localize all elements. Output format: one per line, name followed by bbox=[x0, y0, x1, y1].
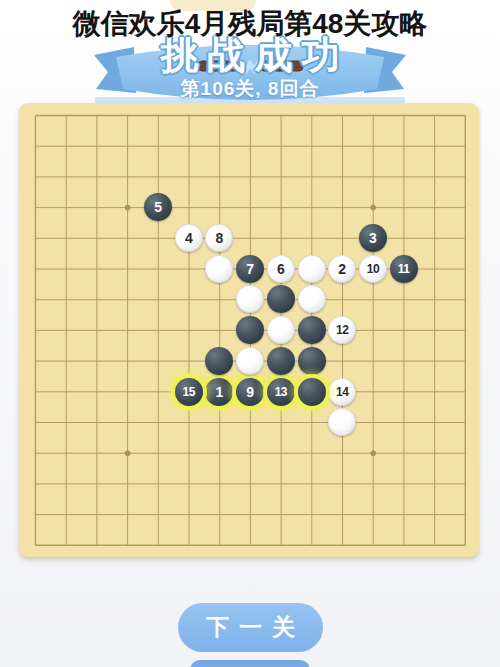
page: 挑战成功 第106关, 8回合 微信欢乐4月残局第48关攻略 123456789… bbox=[0, 0, 500, 667]
stone-white-plain bbox=[236, 347, 264, 375]
stone-black-15: 15 bbox=[175, 378, 203, 406]
stone-black-11: 11 bbox=[390, 255, 418, 283]
stone-white-14: 14 bbox=[328, 378, 356, 406]
stone-white-plain bbox=[205, 255, 233, 283]
stone-white-12: 12 bbox=[328, 316, 356, 344]
stone-black-plain bbox=[298, 347, 326, 375]
stone-white-plain bbox=[267, 316, 295, 344]
stone-white-4: 4 bbox=[175, 224, 203, 252]
stone-white-plain bbox=[328, 408, 356, 436]
stone-white-2: 2 bbox=[328, 255, 356, 283]
stone-black-13: 13 bbox=[267, 378, 295, 406]
stone-white-plain bbox=[236, 285, 264, 313]
stone-white-6: 6 bbox=[267, 255, 295, 283]
stone-white-plain bbox=[298, 255, 326, 283]
bottom-partial-button[interactable] bbox=[190, 660, 310, 667]
stone-black-7: 7 bbox=[236, 255, 264, 283]
stone-black-plain bbox=[267, 347, 295, 375]
stone-black-1: 1 bbox=[205, 378, 233, 406]
stone-black-plain bbox=[298, 378, 326, 406]
stone-black-plain bbox=[298, 316, 326, 344]
stone-black-5: 5 bbox=[144, 193, 172, 221]
gomoku-board: 123456789101112131415 bbox=[19, 103, 479, 557]
stone-black-plain bbox=[267, 285, 295, 313]
stone-layer: 123456789101112131415 bbox=[20, 100, 480, 560]
stone-black-9: 9 bbox=[236, 378, 264, 406]
stone-white-10: 10 bbox=[359, 255, 387, 283]
stone-black-plain bbox=[236, 316, 264, 344]
page-title: 微信欢乐4月残局第48关攻略 bbox=[0, 5, 500, 43]
stone-white-plain bbox=[298, 285, 326, 313]
stone-black-3: 3 bbox=[359, 224, 387, 252]
next-level-button[interactable]: 下一关 bbox=[178, 603, 323, 652]
banner-subline: 第106关, 8回合 bbox=[90, 76, 410, 102]
stone-black-plain bbox=[205, 347, 233, 375]
stone-white-8: 8 bbox=[205, 224, 233, 252]
